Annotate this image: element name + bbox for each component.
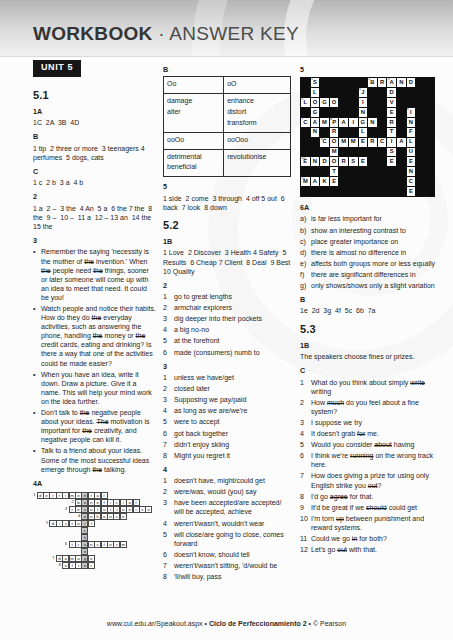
crossword-black-cell	[301, 78, 310, 87]
crossword-black-cell	[359, 187, 368, 196]
list-item: 6made (consumers) numb to	[163, 348, 291, 357]
crossword-black-cell	[426, 138, 435, 147]
crossword-black-cell	[397, 98, 406, 107]
list-item: 4weren't/wasn't, wouldn't wear	[163, 519, 291, 528]
empty-cell	[146, 562, 152, 569]
crossword-black-cell	[368, 187, 377, 196]
item-text: affects both groups more or less equally	[311, 259, 437, 268]
crossword-cell: A	[311, 118, 320, 127]
mini-crossword-4a: D1ETRIMENTALB2ENEFICIALR3EVOLUTIONISEE4N…	[37, 492, 152, 569]
item-marker: 3	[163, 395, 174, 404]
crossword-cell: I	[349, 118, 358, 127]
item-marker: 6	[163, 550, 174, 559]
list-item: 2were/was, would (you) say	[163, 487, 291, 496]
list-item: 5Would you consider about having	[300, 440, 437, 449]
item-text: Don't talk to the negative people about …	[41, 408, 156, 444]
item-text: weren't/wasn't, wouldn't wear	[174, 519, 291, 528]
exercise-label-4b: B	[163, 65, 291, 74]
item-text: Might you regret it	[174, 451, 291, 460]
list-item: 3I suppose we try	[300, 418, 437, 427]
crossword-cell: I	[387, 138, 396, 147]
crossword-cell: D	[407, 78, 416, 87]
crossword-black-cell	[359, 177, 368, 186]
item-text: didn't enjoy skiing	[174, 440, 291, 449]
item-text: at the forefront	[174, 336, 291, 345]
crossword-cell: N	[397, 78, 406, 87]
crossword-black-cell	[416, 167, 425, 176]
empty-cell	[146, 513, 152, 520]
footer-copyright: © Pearson	[313, 620, 346, 627]
item-marker: 4	[163, 519, 174, 528]
exercise-label-2: 2	[163, 281, 291, 290]
item-text: I think we're running on the wrong track…	[311, 451, 437, 469]
crossword-black-cell	[339, 167, 348, 176]
item-text: It doesn't grab for me.	[311, 429, 437, 438]
clue-number: 2	[72, 500, 74, 505]
clue-number: 8	[59, 563, 61, 568]
item-text: When you have an idea, write it down. Dr…	[41, 370, 156, 406]
item-marker: 4	[163, 325, 174, 334]
crossword-black-cell	[349, 128, 358, 137]
crossword-cell: E	[330, 177, 339, 186]
item-text: Remember the saying 'necessity is the mo…	[41, 247, 156, 302]
clue-number: 5	[301, 97, 303, 102]
crossword-black-cell	[426, 88, 435, 97]
crossword-cell: C	[378, 138, 387, 147]
list-item: •Talk to a friend about your ideas. Some…	[33, 446, 156, 473]
list-item: 1unless we have/get	[163, 373, 291, 382]
empty-cell	[146, 520, 152, 527]
crossword-black-cell	[368, 167, 377, 176]
list-item: 6doesn't know, should tell	[163, 550, 291, 559]
item-marker: 5	[163, 417, 174, 426]
item-marker: e)	[300, 259, 311, 268]
list-item: a)is far less important for	[300, 214, 437, 223]
crossword-black-cell	[426, 108, 435, 117]
crossword-cell: R	[368, 138, 377, 147]
exercise-label-1b: 1B	[163, 237, 291, 246]
answer-1b-text: The speakers choose fines or prizes.	[300, 352, 437, 361]
item-text: show an interesting contrast to	[311, 226, 437, 235]
crossword-black-cell	[416, 88, 425, 97]
exercise-label-2: 2	[33, 192, 156, 201]
list-item: 5will close/are going to close, comes fo…	[163, 530, 291, 548]
crossword-black-cell	[349, 167, 358, 176]
crossword-black-cell	[426, 98, 435, 107]
answers-1b: 1 Love 2 Discover 3 Health 4 Safety 5 Re…	[163, 248, 291, 275]
crossword-cell: N	[311, 128, 320, 137]
crossword-black-cell	[311, 167, 320, 176]
crossword-black-cell	[301, 167, 310, 176]
item-marker: •	[33, 408, 41, 444]
clue-number: 8	[330, 117, 332, 122]
crossword-cell: I6	[407, 108, 416, 117]
list-item: •When you have an idea, write it down. D…	[33, 370, 156, 406]
crossword-black-cell	[349, 78, 358, 87]
crossword-black-cell	[378, 118, 387, 127]
crossword-cell: S	[349, 157, 358, 166]
answer-key-page: WORKBOOK · ANSWER KEY UNIT 5 5.1 1A 1C 2…	[0, 0, 453, 640]
crossword-black-cell	[368, 88, 377, 97]
crossword-black-cell	[359, 148, 368, 157]
crossword-black-cell	[387, 187, 396, 196]
item-text: is far less important for	[311, 214, 437, 223]
item-marker: 3	[163, 498, 174, 516]
item-marker: 10	[300, 514, 311, 532]
crossword-black-cell	[339, 108, 348, 117]
list-item: 4a big no-no	[163, 325, 291, 334]
section-heading-5-1: 5.1	[33, 88, 156, 102]
crossword-cell: R	[378, 78, 387, 87]
answers-list-6a: a)is far less important forb)show an int…	[300, 214, 437, 290]
crossword-cell: N	[407, 167, 416, 176]
exercise-label-6a: 6A	[300, 203, 437, 212]
list-item: g)only shows/shows only a slight variati…	[300, 281, 437, 290]
crossword-black-cell	[416, 78, 425, 87]
list-item: e)affects both groups more or less equal…	[300, 259, 437, 268]
crossword-black-cell	[339, 148, 348, 157]
item-text: closed later	[174, 384, 291, 393]
crossword-black-cell	[330, 187, 339, 196]
crossword-black-cell	[426, 177, 435, 186]
crossword-black-cell	[320, 88, 329, 97]
crossword-black-cell	[378, 128, 387, 137]
list-item: 9It'd be great if we should could get	[300, 503, 437, 512]
item-marker: 5	[163, 530, 174, 548]
crossword-black-cell	[368, 108, 377, 117]
crossword-cell: E10	[301, 157, 310, 166]
crossword-cell: E	[387, 157, 396, 166]
item-marker: 1	[163, 373, 174, 382]
crossword-black-cell	[416, 187, 425, 196]
crossword-black-cell	[426, 167, 435, 176]
answers-list-4: 1doesn't have, might/could get2were/was,…	[163, 476, 291, 581]
clue-number: 6	[407, 107, 409, 112]
crossword-black-cell	[349, 98, 358, 107]
crossword-cell: L5	[301, 98, 310, 107]
list-item: 2armchair explorers	[163, 303, 291, 312]
crossword-black-cell	[378, 157, 387, 166]
crossword-cell: D	[320, 157, 329, 166]
list-item: 3have been accepted/are accepted/ will b…	[163, 498, 291, 516]
list-item: 12Let's go out with that.	[300, 545, 437, 554]
item-marker: 8	[300, 492, 311, 501]
crossword-cell: A	[339, 118, 348, 127]
exercise-label-4a: 4A	[33, 479, 156, 488]
middle-column: B OooOdamage alterenhance distort transf…	[163, 60, 291, 583]
item-marker: 6	[163, 348, 174, 357]
item-text: go to great lengths	[174, 292, 291, 301]
item-marker: 1	[163, 292, 174, 301]
crossword-black-cell	[301, 148, 310, 157]
crossword-cell: S1	[311, 78, 320, 87]
crossword-cell: J4	[359, 88, 368, 97]
item-marker: 8	[163, 451, 174, 460]
crossword-cell: K	[320, 177, 329, 186]
item-marker: 6	[163, 429, 174, 438]
crossword-black-cell	[339, 78, 348, 87]
list-item: 4as long as we are/we're	[163, 406, 291, 415]
empty-cell	[146, 541, 152, 548]
crossword-black-cell	[378, 98, 387, 107]
item-text: Supposing we pay/paid	[174, 395, 291, 404]
table-cell: ooOoo	[224, 132, 291, 149]
exercise-label-3: 3	[163, 362, 291, 371]
crossword-black-cell	[311, 148, 320, 157]
crossword-cell: A	[397, 138, 406, 147]
page-header: WORKBOOK · ANSWER KEY	[0, 0, 453, 57]
crossword-cell: R	[330, 128, 339, 137]
list-item: f)there are significant differences in	[300, 270, 437, 279]
list-item: d)there is almost no difference in	[300, 248, 437, 257]
exercise-label-c: C	[300, 366, 437, 375]
exercise-label-5: 5	[300, 65, 437, 74]
crossword-black-cell	[426, 157, 435, 166]
clue-number: 2	[368, 77, 370, 82]
exercise-label-c: C	[33, 167, 156, 176]
crossword-cell: N	[359, 108, 368, 117]
list-item: b)show an interesting contrast to	[300, 226, 437, 235]
crossword-cell: F	[407, 128, 416, 137]
crossword-black-cell	[426, 128, 435, 137]
crossword-black-cell	[301, 128, 310, 137]
crossword-cell: N	[311, 157, 320, 166]
list-item: 7How does giving a prize for using only …	[300, 471, 437, 489]
clue-number: 10	[301, 156, 305, 161]
item-text: were/was, would (you) say	[174, 487, 291, 496]
crossword-cell: V	[387, 98, 396, 107]
crossword-black-cell	[426, 187, 435, 196]
advertising-crossword: S1B2RA3NDLJ4DL5OGOIVGNEI6C7AMP8AIGNRNNRL…	[300, 77, 435, 197]
exercise-label-1a: 1A	[33, 107, 156, 116]
empty-cell	[146, 555, 152, 562]
crossword-cell: T	[387, 128, 396, 137]
stress-pattern-table: OooOdamage alterenhance distort transfor…	[163, 76, 291, 177]
page-footer: www.cui.edu.ar/Speakout.aspx • Ciclo de …	[0, 620, 453, 627]
item-marker: c)	[300, 237, 311, 246]
table-cell: damage alter	[164, 94, 224, 133]
crossword-black-cell	[397, 187, 406, 196]
crossword-black-cell	[416, 118, 425, 127]
crossword-black-cell	[397, 108, 406, 117]
crossword-black-cell	[349, 88, 358, 97]
clue-number: 5	[46, 521, 48, 526]
crossword-black-cell	[311, 138, 320, 147]
item-marker: d)	[300, 248, 311, 257]
crossword-black-cell	[320, 148, 329, 157]
answers-2: 1 a 2 – 3 the 4 An 5 a 6 the 7 the 8 the…	[33, 204, 156, 231]
list-item: 3Supposing we pay/paid	[163, 395, 291, 404]
crossword-black-cell	[330, 108, 339, 117]
crossword-black-cell	[416, 148, 425, 157]
answers-b: 1e 2d 3g 4f 5c 6b 7a	[300, 306, 437, 315]
crossword-black-cell	[397, 167, 406, 176]
crossword-black-cell	[368, 98, 377, 107]
title-answer-key: · ANSWER KEY	[153, 23, 299, 44]
list-item: 2How much do you feel about a fine syste…	[300, 398, 437, 416]
item-text: doesn't know, should tell	[174, 550, 291, 559]
clue-number: 6	[65, 542, 67, 547]
clue-number: 1	[33, 493, 35, 498]
title-workbook: WORKBOOK	[33, 23, 153, 44]
item-marker: 12	[300, 545, 311, 554]
crossword-cell: M	[349, 138, 358, 147]
item-marker: 3	[300, 418, 311, 427]
crossword-cell: E	[407, 157, 416, 166]
crossword-black-cell	[349, 148, 358, 157]
list-item: 8I'd go agree for that.	[300, 492, 437, 501]
exercise-label-b: B	[33, 132, 156, 141]
crossword-black-cell	[387, 177, 396, 186]
item-marker: 2	[163, 303, 174, 312]
item-text: there is almost no difference in	[311, 248, 437, 257]
crossword-black-cell	[301, 108, 310, 117]
crossword-black-cell	[416, 177, 425, 186]
item-marker: g)	[300, 281, 311, 290]
clue-number: 4	[78, 514, 80, 519]
answers-list-c: 1What do you think about simply write wr…	[300, 378, 437, 555]
crossword-cell: A3	[387, 78, 396, 87]
crossword-cell: L	[359, 128, 368, 137]
crossword-black-cell	[320, 167, 329, 176]
item-marker: 9	[300, 503, 311, 512]
crossword-black-cell	[368, 128, 377, 137]
item-marker: •	[33, 370, 41, 406]
crossword-cell: E	[387, 108, 396, 117]
item-text: were to accept	[174, 417, 291, 426]
item-text: Talk to a friend about your ideas. Some …	[41, 446, 156, 473]
clue-number: 3	[388, 77, 390, 82]
crossword-cell: R	[387, 118, 396, 127]
item-marker: 1	[163, 476, 174, 485]
table-cell: Oo	[164, 77, 224, 94]
crossword-cell: A	[311, 177, 320, 186]
item-marker: 1	[300, 378, 311, 396]
list-item: 4It doesn't grab for me.	[300, 429, 437, 438]
crossword-black-cell	[339, 128, 348, 137]
item-marker: 4	[163, 406, 174, 415]
item-marker: 2	[163, 384, 174, 393]
item-marker: 11	[300, 534, 311, 543]
exercise-label-3: 3	[33, 236, 156, 245]
clue-number: 4	[359, 87, 361, 92]
crossword-black-cell	[397, 177, 406, 186]
list-item: 10I'm torn up between punishment and rew…	[300, 514, 437, 532]
crossword-black-cell	[339, 98, 348, 107]
list-item: 1doesn't have, might/could get	[163, 476, 291, 485]
item-marker: 2	[163, 487, 174, 496]
empty-cell	[146, 548, 152, 555]
crossword-cell: E	[359, 157, 368, 166]
crossword-black-cell	[301, 88, 310, 97]
item-text: weren't/wasn't sitting, 'd/would be	[174, 561, 291, 570]
item-text: How does giving a prize for using only E…	[311, 471, 437, 489]
crossword-cell: I	[359, 98, 368, 107]
table-row: damage alterenhance distort transform	[164, 94, 291, 133]
crossword-cell: C7	[301, 118, 310, 127]
crossword-cell: O	[330, 138, 339, 147]
item-marker: b)	[300, 226, 311, 235]
crossword-cell: O	[330, 98, 339, 107]
item-text: doesn't have, might/could get	[174, 476, 291, 485]
item-text: I'm torn up between punishment and rewar…	[311, 514, 437, 532]
table-row: OooO	[164, 77, 291, 94]
item-text: as long as we are/we're	[174, 406, 291, 415]
answers-1a: 1C 2A 3B 4D	[33, 118, 156, 127]
crossword-black-cell	[426, 78, 435, 87]
item-marker: 7	[300, 471, 311, 489]
list-item: 5at the forefront	[163, 336, 291, 345]
item-text: there are significant differences in	[311, 270, 437, 279]
crossword-black-cell	[426, 148, 435, 157]
crossword-cell: C	[407, 177, 416, 186]
crossword-cell: L	[311, 88, 320, 97]
item-text: I'd go agree for that.	[311, 492, 437, 501]
item-text: Could we go in for both?	[311, 534, 437, 543]
item-text: Let's go out with that.	[311, 545, 437, 554]
model-answer-bullets: •Remember the saying 'necessity is the m…	[33, 247, 156, 473]
crossword-black-cell	[416, 108, 425, 117]
clue-number: 7	[301, 117, 303, 122]
list-item: 7didn't enjoy skiing	[163, 440, 291, 449]
crossword-black-cell	[349, 187, 358, 196]
footer-course-name: Ciclo de Perfeccionamiento 2	[209, 620, 307, 627]
crossword-black-cell	[378, 187, 387, 196]
item-text: a big no-no	[174, 325, 291, 334]
item-marker: f)	[300, 270, 311, 279]
item-text: will close/are going to close, comes for…	[174, 530, 291, 548]
item-marker: 7	[163, 561, 174, 570]
crossword-cell: M11	[301, 177, 310, 186]
exercise-label-4: 4	[163, 465, 291, 474]
item-marker: 8	[163, 572, 174, 581]
item-marker: •	[33, 247, 41, 302]
crossword-cell: S	[387, 148, 396, 157]
item-text: only shows/shows only a slight variation	[311, 281, 437, 290]
list-item: 7weren't/wasn't sitting, 'd/would be	[163, 561, 291, 570]
crossword-black-cell	[387, 167, 396, 176]
list-item: 8'll/will buy, pass	[163, 572, 291, 581]
table-cell: ooOo	[164, 132, 224, 149]
crossword-black-cell	[416, 98, 425, 107]
crossword-cell: M	[320, 118, 329, 127]
list-item: 6I think we're running on the wrong trac…	[300, 451, 437, 469]
crossword-black-cell	[378, 148, 387, 157]
crossword-cell: U	[407, 148, 416, 157]
crossword-cell: O	[311, 98, 320, 107]
crossword-cell: G	[311, 108, 320, 117]
list-item: 5were to accept	[163, 417, 291, 426]
crossword-black-cell	[320, 128, 329, 137]
crossword-black-cell	[397, 118, 406, 127]
table-cell: enhance distort transform	[224, 94, 291, 133]
item-marker: 3	[163, 314, 174, 323]
clue-number: 11	[301, 176, 305, 181]
item-marker: 7	[163, 440, 174, 449]
item-marker: •	[33, 446, 41, 473]
list-item: 1go to great lengths	[163, 292, 291, 301]
crossword-black-cell	[330, 78, 339, 87]
answers-list-2: 1go to great lengths2armchair explorers3…	[163, 292, 291, 357]
list-item: 11Could we go in for both?	[300, 534, 437, 543]
crossword-cell: O	[330, 157, 339, 166]
empty-cell	[146, 492, 152, 499]
crossword-cell: C9	[320, 138, 329, 147]
crossword-cell: E	[407, 187, 416, 196]
crossword-black-cell	[320, 108, 329, 117]
crossword-black-cell	[349, 108, 358, 117]
crossword-black-cell	[301, 138, 310, 147]
